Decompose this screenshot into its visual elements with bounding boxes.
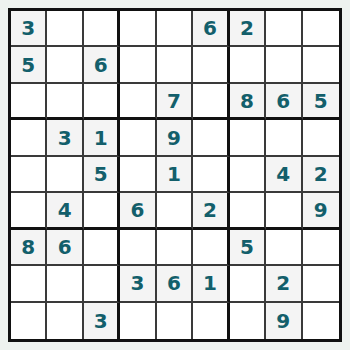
sudoku-board-wrapper: 36256786531951424629865361239 <box>8 8 342 342</box>
cell-r3c9[interactable]: 5 <box>303 84 339 120</box>
cell-r1c4[interactable] <box>120 11 156 47</box>
cell-r2c7[interactable] <box>230 47 266 83</box>
cell-r8c9[interactable] <box>303 266 339 302</box>
cell-r7c1[interactable]: 8 <box>11 230 47 266</box>
cell-r9c5[interactable] <box>157 303 193 339</box>
cell-r6c2[interactable]: 4 <box>47 193 83 229</box>
cell-r1c5[interactable] <box>157 11 193 47</box>
cell-r5c9[interactable]: 2 <box>303 157 339 193</box>
cell-r5c3[interactable]: 5 <box>84 157 120 193</box>
cell-r4c7[interactable] <box>230 120 266 156</box>
cell-r9c8[interactable]: 9 <box>266 303 302 339</box>
cell-r2c4[interactable] <box>120 47 156 83</box>
cell-r4c2[interactable]: 3 <box>47 120 83 156</box>
cell-r6c1[interactable] <box>11 193 47 229</box>
cell-r4c9[interactable] <box>303 120 339 156</box>
cell-r5c4[interactable] <box>120 157 156 193</box>
cell-r8c5[interactable]: 6 <box>157 266 193 302</box>
cell-r5c5[interactable]: 1 <box>157 157 193 193</box>
cell-r4c4[interactable] <box>120 120 156 156</box>
cell-r7c6[interactable] <box>193 230 229 266</box>
cell-r3c5[interactable]: 7 <box>157 84 193 120</box>
cell-r7c5[interactable] <box>157 230 193 266</box>
cell-r6c5[interactable] <box>157 193 193 229</box>
cell-r1c2[interactable] <box>47 11 83 47</box>
cell-r5c7[interactable] <box>230 157 266 193</box>
cell-r6c3[interactable] <box>84 193 120 229</box>
cell-r8c3[interactable] <box>84 266 120 302</box>
cell-r1c7[interactable]: 2 <box>230 11 266 47</box>
cell-r4c3[interactable]: 1 <box>84 120 120 156</box>
cell-r3c2[interactable] <box>47 84 83 120</box>
cell-r9c7[interactable] <box>230 303 266 339</box>
cell-r7c2[interactable]: 6 <box>47 230 83 266</box>
cell-r2c1[interactable]: 5 <box>11 47 47 83</box>
cell-r3c6[interactable] <box>193 84 229 120</box>
cell-r7c3[interactable] <box>84 230 120 266</box>
cell-r1c8[interactable] <box>266 11 302 47</box>
sudoku-board: 36256786531951424629865361239 <box>8 8 342 342</box>
cell-r6c8[interactable] <box>266 193 302 229</box>
cell-r2c9[interactable] <box>303 47 339 83</box>
cell-r8c4[interactable]: 3 <box>120 266 156 302</box>
cell-r2c2[interactable] <box>47 47 83 83</box>
cell-r2c8[interactable] <box>266 47 302 83</box>
cell-r8c1[interactable] <box>11 266 47 302</box>
cell-r3c7[interactable]: 8 <box>230 84 266 120</box>
cell-r5c1[interactable] <box>11 157 47 193</box>
cell-r3c1[interactable] <box>11 84 47 120</box>
cell-r1c9[interactable] <box>303 11 339 47</box>
cell-r9c2[interactable] <box>47 303 83 339</box>
cell-r9c4[interactable] <box>120 303 156 339</box>
cell-r1c3[interactable] <box>84 11 120 47</box>
cell-r5c8[interactable]: 4 <box>266 157 302 193</box>
cell-r7c9[interactable] <box>303 230 339 266</box>
cell-r8c7[interactable] <box>230 266 266 302</box>
cell-r7c8[interactable] <box>266 230 302 266</box>
cell-r9c1[interactable] <box>11 303 47 339</box>
cell-r6c4[interactable]: 6 <box>120 193 156 229</box>
cell-r7c7[interactable]: 5 <box>230 230 266 266</box>
cell-r8c8[interactable]: 2 <box>266 266 302 302</box>
cell-r2c6[interactable] <box>193 47 229 83</box>
cell-r8c6[interactable]: 1 <box>193 266 229 302</box>
cell-r7c4[interactable] <box>120 230 156 266</box>
cell-r1c1[interactable]: 3 <box>11 11 47 47</box>
cell-r3c3[interactable] <box>84 84 120 120</box>
cell-r2c3[interactable]: 6 <box>84 47 120 83</box>
cell-r8c2[interactable] <box>47 266 83 302</box>
cell-r4c1[interactable] <box>11 120 47 156</box>
cell-r6c6[interactable]: 2 <box>193 193 229 229</box>
cell-r5c6[interactable] <box>193 157 229 193</box>
cell-r9c3[interactable]: 3 <box>84 303 120 339</box>
cell-r5c2[interactable] <box>47 157 83 193</box>
cell-r3c4[interactable] <box>120 84 156 120</box>
cell-r9c9[interactable] <box>303 303 339 339</box>
cell-r9c6[interactable] <box>193 303 229 339</box>
cell-r4c6[interactable] <box>193 120 229 156</box>
cell-r3c8[interactable]: 6 <box>266 84 302 120</box>
cell-r6c7[interactable] <box>230 193 266 229</box>
cell-r2c5[interactable] <box>157 47 193 83</box>
cell-r4c8[interactable] <box>266 120 302 156</box>
cell-r1c6[interactable]: 6 <box>193 11 229 47</box>
cell-r4c5[interactable]: 9 <box>157 120 193 156</box>
cell-r6c9[interactable]: 9 <box>303 193 339 229</box>
